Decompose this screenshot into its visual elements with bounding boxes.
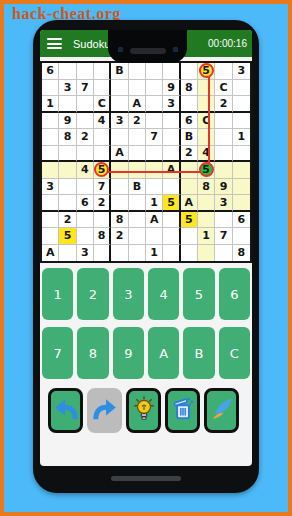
cell-r4c3[interactable] xyxy=(77,113,94,130)
cell-r8c4[interactable]: 7 xyxy=(94,179,111,196)
redo-button[interactable] xyxy=(87,388,122,433)
front-camera-right xyxy=(173,47,178,52)
key-4[interactable]: 4 xyxy=(148,268,179,320)
cell-r2c10[interactable] xyxy=(198,80,215,97)
cell-r4c12[interactable] xyxy=(233,113,250,130)
cell-r11c11[interactable]: 7 xyxy=(215,228,232,245)
cell-r6c3[interactable] xyxy=(77,146,94,163)
cell-r5c12[interactable]: 1 xyxy=(233,129,250,146)
cell-r10c9[interactable]: 5 xyxy=(181,212,198,229)
cell-r7c9[interactable] xyxy=(181,162,198,179)
cell-r7c6[interactable] xyxy=(129,162,146,179)
phone-frame: Sudoku e 00:00:16 6B533798C1CA3294326C82… xyxy=(33,20,259,493)
cell-r10c1[interactable] xyxy=(42,212,59,229)
cell-r4c10[interactable]: C xyxy=(198,113,215,130)
cell-r8c3[interactable] xyxy=(77,179,94,196)
key-1[interactable]: 1 xyxy=(42,268,73,320)
cell-r12c5[interactable] xyxy=(111,245,128,262)
cell-r9c3[interactable]: 6 xyxy=(77,195,94,212)
cell-r11c9[interactable] xyxy=(181,228,198,245)
numpad-row-2: 789ABC xyxy=(42,327,250,379)
cell-r1c9[interactable] xyxy=(181,63,198,80)
cell-r8c7[interactable] xyxy=(146,179,163,196)
cell-r5c9[interactable]: B xyxy=(181,129,198,146)
cell-r1c12[interactable]: 3 xyxy=(233,63,250,80)
cell-r8c5[interactable] xyxy=(111,179,128,196)
cell-r7c8[interactable]: A xyxy=(163,162,180,179)
cell-r11c2[interactable]: 5 xyxy=(59,228,76,245)
cell-r7c10[interactable]: 5 xyxy=(198,162,215,179)
cell-r2c4[interactable] xyxy=(94,80,111,97)
cell-r8c6[interactable]: B xyxy=(129,179,146,196)
cell-r2c5[interactable] xyxy=(111,80,128,97)
cell-r6c1[interactable] xyxy=(42,146,59,163)
cell-r6c4[interactable] xyxy=(94,146,111,163)
cell-r1c5[interactable]: B xyxy=(111,63,128,80)
cell-r9c6[interactable] xyxy=(129,195,146,212)
toolbar xyxy=(48,388,244,433)
delete-button[interactable] xyxy=(165,388,200,433)
sudoku-board: 6B533798C1CA3294326C827B1A2445A537B89621… xyxy=(40,61,252,263)
cell-r5c5[interactable] xyxy=(111,129,128,146)
cell-r7c2[interactable] xyxy=(59,162,76,179)
cell-r2c7[interactable] xyxy=(146,80,163,97)
cell-r2c12[interactable] xyxy=(233,80,250,97)
game-timer: 00:00:16 xyxy=(208,38,247,49)
cell-r5c1[interactable] xyxy=(42,129,59,146)
key-6[interactable]: 6 xyxy=(219,268,250,320)
cell-r3c9[interactable] xyxy=(181,96,198,113)
cell-r11c3[interactable] xyxy=(77,228,94,245)
cell-r3c7[interactable] xyxy=(146,96,163,113)
cell-r7c11[interactable] xyxy=(215,162,232,179)
cell-r10c8[interactable] xyxy=(163,212,180,229)
cell-r6c8[interactable] xyxy=(163,146,180,163)
cell-r6c6[interactable] xyxy=(129,146,146,163)
cell-r4c7[interactable] xyxy=(146,113,163,130)
cell-r4c4[interactable]: 4 xyxy=(94,113,111,130)
cell-r12c9[interactable] xyxy=(181,245,198,262)
cell-r12c12[interactable]: 8 xyxy=(233,245,250,262)
cell-r11c8[interactable] xyxy=(163,228,180,245)
cell-r6c11[interactable] xyxy=(215,146,232,163)
key-5[interactable]: 5 xyxy=(183,268,214,320)
cell-r6c7[interactable] xyxy=(146,146,163,163)
cell-r10c7[interactable]: A xyxy=(146,212,163,229)
cell-r2c8[interactable]: 9 xyxy=(163,80,180,97)
cell-r11c7[interactable] xyxy=(146,228,163,245)
undo-arrow-icon xyxy=(53,396,79,425)
cell-r9c11[interactable]: 3 xyxy=(215,195,232,212)
key-9[interactable]: 9 xyxy=(113,327,144,379)
cell-r1c4[interactable] xyxy=(94,63,111,80)
cell-r5c8[interactable] xyxy=(163,129,180,146)
cell-r4c11[interactable] xyxy=(215,113,232,130)
cell-r9c2[interactable] xyxy=(59,195,76,212)
cell-r7c7[interactable] xyxy=(146,162,163,179)
cell-r1c10[interactable]: 5 xyxy=(198,63,215,80)
cell-r9c1[interactable] xyxy=(42,195,59,212)
cell-r9c8[interactable]: 5 xyxy=(163,195,180,212)
phone-screen: Sudoku e 00:00:16 6B533798C1CA3294326C82… xyxy=(40,30,252,466)
cell-r1c1[interactable]: 6 xyxy=(42,63,59,80)
cell-r6c5[interactable]: A xyxy=(111,146,128,163)
front-camera-left xyxy=(118,47,123,52)
cell-r1c11[interactable] xyxy=(215,63,232,80)
cell-r7c12[interactable] xyxy=(233,162,250,179)
cell-r4c2[interactable]: 9 xyxy=(59,113,76,130)
key-8[interactable]: 8 xyxy=(77,327,108,379)
cell-r8c10[interactable]: 8 xyxy=(198,179,215,196)
cell-r2c9[interactable]: 8 xyxy=(181,80,198,97)
cell-r11c4[interactable]: 8 xyxy=(94,228,111,245)
cell-r3c3[interactable] xyxy=(77,96,94,113)
cell-r1c8[interactable] xyxy=(163,63,180,80)
cell-r12c2[interactable] xyxy=(59,245,76,262)
cell-r1c6[interactable] xyxy=(129,63,146,80)
cell-r3c4[interactable]: C xyxy=(94,96,111,113)
cell-r9c12[interactable] xyxy=(233,195,250,212)
app-title: Sudoku xyxy=(73,38,110,50)
trash-can-icon xyxy=(170,396,196,425)
cell-r12c11[interactable] xyxy=(215,245,232,262)
cell-r3c12[interactable] xyxy=(233,96,250,113)
cell-r9c5[interactable] xyxy=(111,195,128,212)
cell-r6c9[interactable]: 2 xyxy=(181,146,198,163)
cell-r9c7[interactable]: 1 xyxy=(146,195,163,212)
cell-r10c10[interactable] xyxy=(198,212,215,229)
cell-r12c1[interactable]: A xyxy=(42,245,59,262)
cell-r2c6[interactable] xyxy=(129,80,146,97)
cell-r9c10[interactable] xyxy=(198,195,215,212)
cell-r10c6[interactable] xyxy=(129,212,146,229)
key-A[interactable]: A xyxy=(148,327,179,379)
cell-r12c7[interactable]: 1 xyxy=(146,245,163,262)
screenshot-page: hack-cheat.org Sudoku e 00:00:16 6B53379… xyxy=(0,0,292,516)
cell-r7c5[interactable] xyxy=(111,162,128,179)
cell-r6c2[interactable] xyxy=(59,146,76,163)
cell-r5c2[interactable]: 8 xyxy=(59,129,76,146)
undo-button[interactable] xyxy=(48,388,83,433)
cell-r3c10[interactable] xyxy=(198,96,215,113)
cell-r3c6[interactable]: A xyxy=(129,96,146,113)
key-2[interactable]: 2 xyxy=(77,268,108,320)
cell-r1c3[interactable] xyxy=(77,63,94,80)
cell-r11c6[interactable] xyxy=(129,228,146,245)
cell-r10c11[interactable] xyxy=(215,212,232,229)
conflict-circle: 5 xyxy=(94,162,109,177)
cell-r12c8[interactable] xyxy=(163,245,180,262)
cell-r5c7[interactable]: 7 xyxy=(146,129,163,146)
cell-r8c12[interactable] xyxy=(233,179,250,196)
key-3[interactable]: 3 xyxy=(113,268,144,320)
cell-r3c8[interactable]: 3 xyxy=(163,96,180,113)
cell-r11c10[interactable]: 1 xyxy=(198,228,215,245)
speaker-grille xyxy=(130,48,166,54)
selected-cell-circle: 5 xyxy=(199,162,214,177)
cell-r5c4[interactable] xyxy=(94,129,111,146)
cell-r10c12[interactable]: 6 xyxy=(233,212,250,229)
cell-r2c2[interactable]: 3 xyxy=(59,80,76,97)
home-indicator[interactable] xyxy=(111,476,181,481)
cell-r7c1[interactable] xyxy=(42,162,59,179)
cell-r11c12[interactable] xyxy=(233,228,250,245)
cell-r12c10[interactable] xyxy=(198,245,215,262)
cell-r4c5[interactable]: 3 xyxy=(111,113,128,130)
cell-r3c2[interactable] xyxy=(59,96,76,113)
cell-r3c5[interactable] xyxy=(111,96,128,113)
cell-r9c4[interactable]: 2 xyxy=(94,195,111,212)
key-C[interactable]: C xyxy=(219,327,250,379)
cell-r6c10[interactable]: 4 xyxy=(198,146,215,163)
cell-r8c8[interactable] xyxy=(163,179,180,196)
cell-r5c11[interactable] xyxy=(215,129,232,146)
cell-r10c5[interactable]: 8 xyxy=(111,212,128,229)
numpad-row-1: 123456 xyxy=(42,268,250,320)
phone-notch xyxy=(108,30,187,63)
cell-r4c8[interactable] xyxy=(163,113,180,130)
cell-r8c9[interactable] xyxy=(181,179,198,196)
cell-r11c5[interactable]: 2 xyxy=(111,228,128,245)
cell-r4c6[interactable]: 2 xyxy=(129,113,146,130)
cell-r8c1[interactable]: 3 xyxy=(42,179,59,196)
cell-r7c3[interactable]: 4 xyxy=(77,162,94,179)
cell-r6c12[interactable] xyxy=(233,146,250,163)
cell-r2c1[interactable] xyxy=(42,80,59,97)
cell-r11c1[interactable] xyxy=(42,228,59,245)
cell-r3c1[interactable]: 1 xyxy=(42,96,59,113)
cell-r5c3[interactable]: 2 xyxy=(77,129,94,146)
cell-r7c4[interactable]: 5 xyxy=(94,162,111,179)
cell-r12c4[interactable] xyxy=(94,245,111,262)
cell-r1c2[interactable] xyxy=(59,63,76,80)
cell-r2c3[interactable]: 7 xyxy=(77,80,94,97)
cell-r12c3[interactable]: 3 xyxy=(77,245,94,262)
redo-arrow-icon xyxy=(92,396,118,425)
pencil-button[interactable] xyxy=(204,388,239,433)
menu-icon[interactable] xyxy=(47,36,62,52)
cell-r4c9[interactable]: 6 xyxy=(181,113,198,130)
cell-r8c2[interactable] xyxy=(59,179,76,196)
cell-r10c2[interactable]: 2 xyxy=(59,212,76,229)
conflict-circle: 5 xyxy=(199,63,214,78)
cell-r4c1[interactable] xyxy=(42,113,59,130)
cell-r12c6[interactable] xyxy=(129,245,146,262)
cell-r9c9[interactable]: A xyxy=(181,195,198,212)
quill-pen-icon xyxy=(209,396,235,425)
cell-r1c7[interactable] xyxy=(146,63,163,80)
cell-r2c11[interactable]: C xyxy=(215,80,232,97)
key-7[interactable]: 7 xyxy=(42,327,73,379)
cell-r10c4[interactable] xyxy=(94,212,111,229)
light-bulb-icon xyxy=(131,396,157,425)
hint-button[interactable] xyxy=(126,388,161,433)
cell-r5c10[interactable] xyxy=(198,129,215,146)
key-B[interactable]: B xyxy=(183,327,214,379)
cell-r5c6[interactable] xyxy=(129,129,146,146)
cell-r3c11[interactable]: 2 xyxy=(215,96,232,113)
cell-r10c3[interactable] xyxy=(77,212,94,229)
cell-r8c11[interactable]: 9 xyxy=(215,179,232,196)
